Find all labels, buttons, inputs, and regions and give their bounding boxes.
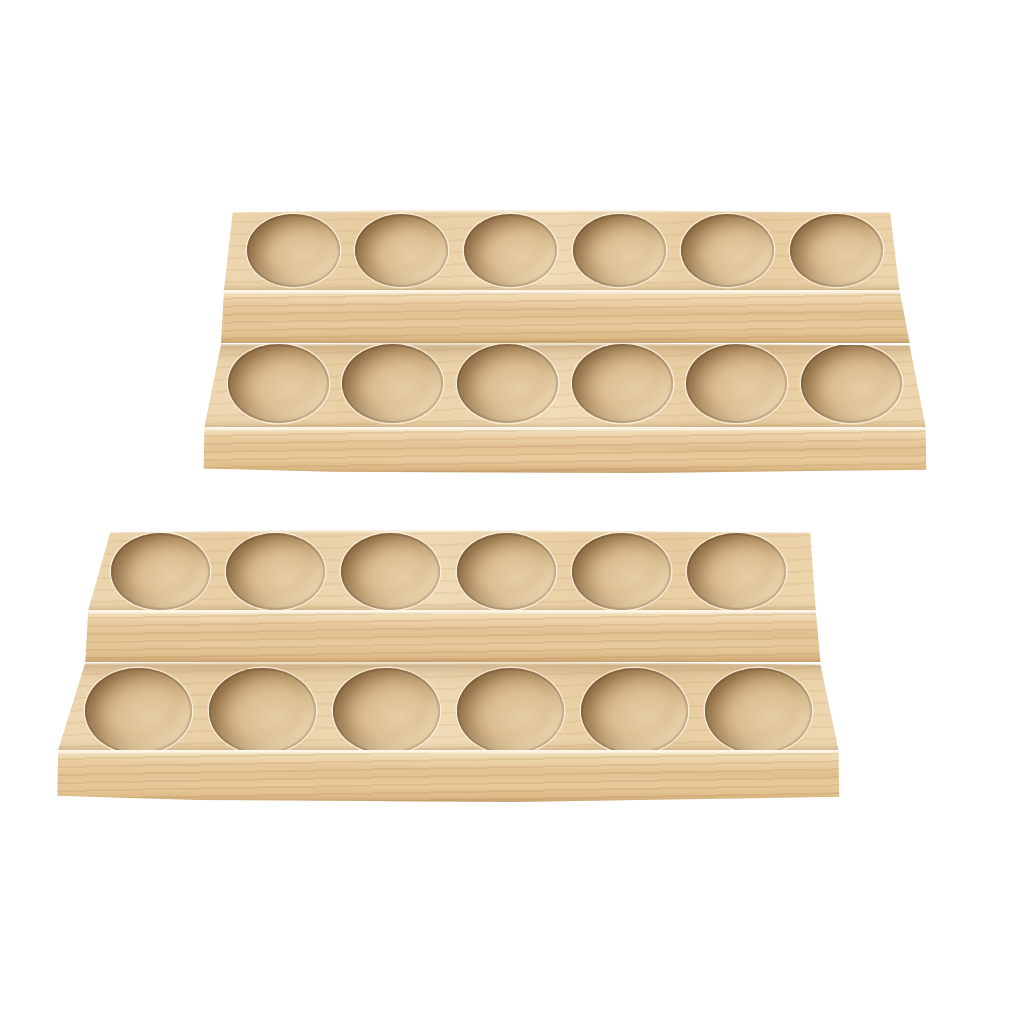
- board-2-pit-r1c5[interactable]: [572, 533, 671, 610]
- board-2-back-tier-riser: [57, 610, 840, 662]
- board-1-pit-r2c4[interactable]: [572, 344, 673, 423]
- board-2-pit-r1c6[interactable]: [687, 533, 786, 610]
- board-2-back-tier-surface: [57, 530, 840, 610]
- board-1-back-row: [203, 210, 927, 290]
- product-photo-scene: [0, 0, 1024, 1024]
- board-1-pit-r2c1[interactable]: [228, 344, 329, 423]
- board-2-pit-r2c3[interactable]: [333, 668, 440, 754]
- board-1-pit-r2c6[interactable]: [801, 344, 902, 423]
- mancala-board-1: [203, 210, 927, 473]
- board-1-pit-r2c5[interactable]: [686, 344, 787, 423]
- board-1-pit-r1c2[interactable]: [355, 214, 448, 287]
- board-1-pit-r1c4[interactable]: [573, 214, 666, 287]
- board-1-front-tier-riser: [203, 427, 927, 473]
- board-1-back-tier-riser: [203, 290, 927, 343]
- board-1-pit-r2c2[interactable]: [342, 344, 443, 423]
- board-2-front-tier-riser: [57, 750, 840, 802]
- board-1-pit-r1c6[interactable]: [790, 214, 883, 287]
- board-1-front-tier-surface: [203, 343, 927, 427]
- board-1-pit-r1c3[interactable]: [464, 214, 557, 287]
- board-2-pit-r2c6[interactable]: [705, 668, 812, 754]
- board-2-pit-r1c1[interactable]: [111, 533, 210, 610]
- board-2-front-row: [57, 662, 840, 750]
- board-1-pit-r1c5[interactable]: [681, 214, 774, 287]
- board-2-pit-r2c5[interactable]: [581, 668, 688, 754]
- board-1-pit-r2c3[interactable]: [457, 344, 558, 423]
- board-1-front-row: [203, 343, 927, 427]
- board-2-pit-r1c2[interactable]: [226, 533, 325, 610]
- board-2-pit-r2c2[interactable]: [209, 668, 316, 754]
- board-2-front-tier-surface: [57, 662, 840, 750]
- board-2-pit-r2c1[interactable]: [85, 668, 192, 754]
- board-2-pit-r1c4[interactable]: [457, 533, 556, 610]
- mancala-board-2: [57, 530, 840, 802]
- board-2-pit-r1c3[interactable]: [341, 533, 440, 610]
- board-2-back-row: [57, 530, 840, 610]
- board-2-pit-r2c4[interactable]: [457, 668, 564, 754]
- board-1-back-tier-surface: [203, 210, 927, 290]
- board-1-pit-r1c1[interactable]: [247, 214, 340, 287]
